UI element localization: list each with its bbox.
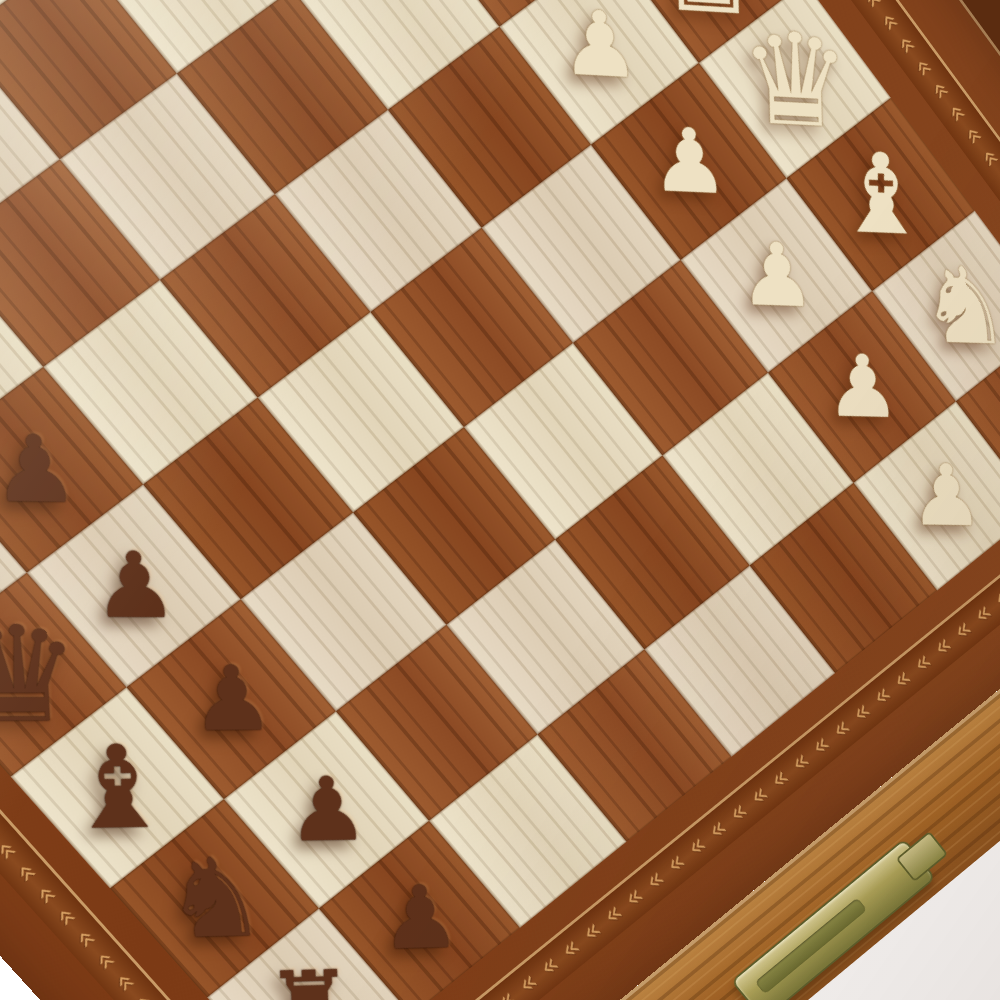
chess-set-photo: « « « « « « « « « « « « « « « « « « « « … (0, 0, 1000, 1000)
knight-icon: ♞ (161, 843, 268, 954)
pawn-icon: ♟ (90, 540, 179, 631)
pawn-icon: ♟ (824, 343, 901, 431)
pawn-icon: ♟ (649, 115, 729, 207)
pawn-icon: ♟ (738, 230, 817, 320)
pawn-icon: ♟ (0, 423, 81, 517)
bishop-icon: ♝ (832, 137, 930, 252)
pawn-icon: ♟ (285, 766, 370, 855)
bishop-icon: ♝ (61, 730, 175, 846)
rook-icon: ♜ (263, 957, 357, 1000)
pawn-icon: ♟ (378, 874, 461, 962)
knight-icon: ♞ (918, 252, 1000, 361)
chess-board: « « « « « « « « « « « « « « « « « « « « … (0, 0, 1000, 1000)
pawn-icon: ♟ (909, 453, 984, 539)
pawn-icon: ♟ (188, 655, 275, 745)
pawn-icon: ♟ (559, 0, 641, 92)
